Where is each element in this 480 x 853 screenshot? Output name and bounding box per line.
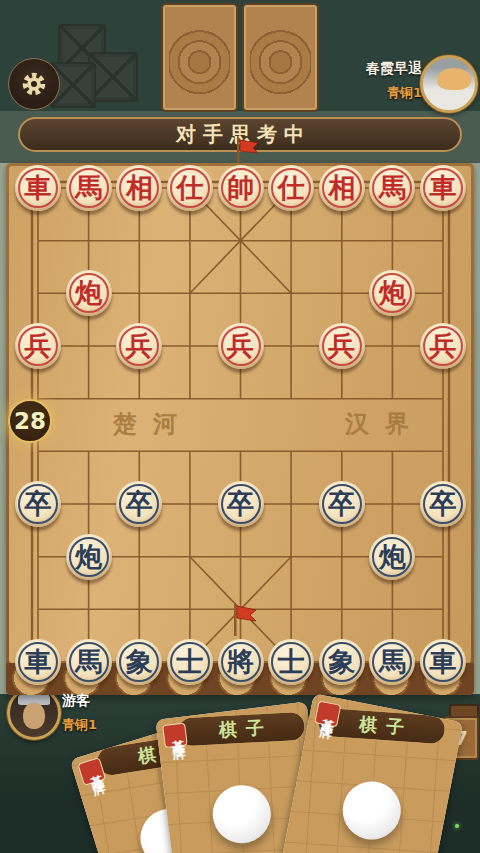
piece-black-soldier[interactable]: 卒 xyxy=(319,481,365,527)
piece-black-cannon[interactable]: 炮 xyxy=(369,534,415,580)
background-decoration xyxy=(455,824,459,828)
player-avatar-face xyxy=(23,703,45,729)
piece-red-soldier[interactable]: 兵 xyxy=(319,323,365,369)
piece-black-general[interactable]: 將 xyxy=(218,639,264,685)
xiangqi-board[interactable]: 楚河 汉界 車馬相仕帥仕相馬車炮炮兵兵兵兵兵卒卒卒卒卒炮炮車馬象士將士象馬車 2… xyxy=(6,163,474,695)
opponent-avatar[interactable] xyxy=(420,55,478,113)
piece-black-soldier[interactable]: 卒 xyxy=(116,481,162,527)
piece-black-elephant[interactable]: 象 xyxy=(116,639,162,685)
piece-red-general[interactable]: 帥 xyxy=(218,165,264,211)
go-stone-icon xyxy=(211,784,272,845)
card-type-tag: 基本牌 xyxy=(162,722,188,748)
piece-red-soldier[interactable]: 兵 xyxy=(420,323,466,369)
opponent-card-back[interactable] xyxy=(161,3,238,112)
river-label-left: 楚河 xyxy=(113,408,193,440)
piece-red-advisor[interactable]: 仕 xyxy=(268,165,314,211)
red-flag-icon xyxy=(229,604,257,636)
go-stone-icon xyxy=(341,779,403,841)
card-title: 棋子 xyxy=(177,711,306,748)
card-back-pattern xyxy=(250,11,311,104)
piece-black-horse[interactable]: 馬 xyxy=(66,639,112,685)
board-surface: 楚河 汉界 車馬相仕帥仕相馬車炮炮兵兵兵兵兵卒卒卒卒卒炮炮車馬象士將士象馬車 xyxy=(9,166,471,663)
piece-black-cannon[interactable]: 炮 xyxy=(66,534,112,580)
card-type-tag: 基本牌 xyxy=(314,701,341,728)
piece-red-cannon[interactable]: 炮 xyxy=(66,270,112,316)
piece-red-elephant[interactable]: 相 xyxy=(319,165,365,211)
piece-black-chariot[interactable]: 車 xyxy=(420,639,466,685)
piece-black-advisor[interactable]: 士 xyxy=(268,639,314,685)
piece-red-soldier[interactable]: 兵 xyxy=(15,323,61,369)
piece-red-elephant[interactable]: 相 xyxy=(116,165,162,211)
player-info: 游客 青铜1 xyxy=(62,692,97,734)
opponent-avatar-image xyxy=(437,68,471,90)
player-rank: 青铜1 xyxy=(62,716,97,734)
piece-black-soldier[interactable]: 卒 xyxy=(15,481,61,527)
settings-button[interactable] xyxy=(8,58,60,110)
game-screen: 春霞早退 青铜1 对手思考中 楚河 汉界 xyxy=(0,0,480,853)
opponent-info: 春霞早退 青铜1 xyxy=(366,60,422,102)
piece-black-advisor[interactable]: 士 xyxy=(167,639,213,685)
piece-red-advisor[interactable]: 仕 xyxy=(167,165,213,211)
piece-black-soldier[interactable]: 卒 xyxy=(420,481,466,527)
player-name: 游客 xyxy=(62,692,97,710)
piece-red-chariot[interactable]: 車 xyxy=(15,165,61,211)
piece-black-soldier[interactable]: 卒 xyxy=(218,481,264,527)
move-timer-badge: 28 xyxy=(8,399,52,443)
piece-red-horse[interactable]: 馬 xyxy=(66,165,112,211)
river-label-right: 汉界 xyxy=(345,408,425,440)
card-back-pattern xyxy=(169,11,230,104)
opponent-rank: 青铜1 xyxy=(366,84,422,102)
piece-black-elephant[interactable]: 象 xyxy=(319,639,365,685)
piece-black-chariot[interactable]: 車 xyxy=(15,639,61,685)
gear-icon xyxy=(19,69,49,99)
opponent-card-back[interactable] xyxy=(242,3,319,112)
piece-red-chariot[interactable]: 車 xyxy=(420,165,466,211)
opponent-name: 春霞早退 xyxy=(366,60,422,78)
piece-red-soldier[interactable]: 兵 xyxy=(218,323,264,369)
piece-red-soldier[interactable]: 兵 xyxy=(116,323,162,369)
